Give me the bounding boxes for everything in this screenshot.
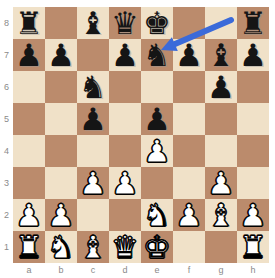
square-d1[interactable]: ♛ <box>109 231 141 263</box>
square-g6[interactable]: ♟ <box>205 71 237 103</box>
white-pawn-b2[interactable]: ♟ <box>47 199 75 231</box>
square-b3[interactable] <box>45 167 77 199</box>
square-b6[interactable] <box>45 71 77 103</box>
rank-label-4: 4 <box>0 135 13 167</box>
square-a7[interactable]: ♟ <box>13 39 45 71</box>
white-queen-d1[interactable]: ♛ <box>111 231 139 263</box>
file-label-d: d <box>109 263 141 277</box>
square-d7[interactable]: ♟ <box>109 39 141 71</box>
white-pawn-a2[interactable]: ♟ <box>15 199 43 231</box>
square-c7[interactable] <box>77 39 109 71</box>
file-label-b: b <box>45 263 77 277</box>
square-f3[interactable] <box>173 167 205 199</box>
chess-board: ♜♝♛♚♜♟♟♟♞♟♝♟♞♟♟♟♟♟♟♟♟♟♞♟♝♟♜♞♝♛♚♜ <box>13 7 269 263</box>
rank-label-2: 2 <box>0 199 13 231</box>
square-f8[interactable] <box>173 7 205 39</box>
black-queen-d8[interactable]: ♛ <box>111 7 139 39</box>
file-label-f: f <box>173 263 205 277</box>
square-c4[interactable] <box>77 135 109 167</box>
square-g4[interactable] <box>205 135 237 167</box>
square-b8[interactable] <box>45 7 77 39</box>
square-e5[interactable]: ♟ <box>141 103 173 135</box>
square-c1[interactable]: ♝ <box>77 231 109 263</box>
square-d6[interactable] <box>109 71 141 103</box>
square-b4[interactable] <box>45 135 77 167</box>
rank-label-6: 6 <box>0 71 13 103</box>
square-e3[interactable] <box>141 167 173 199</box>
white-bishop-g2[interactable]: ♝ <box>207 199 235 231</box>
square-a6[interactable] <box>13 71 45 103</box>
square-h5[interactable] <box>237 103 269 135</box>
black-pawn-b7[interactable]: ♟ <box>47 39 75 71</box>
black-pawn-e5[interactable]: ♟ <box>143 103 171 135</box>
black-king-e8[interactable]: ♚ <box>143 7 171 39</box>
square-h8[interactable]: ♜ <box>237 7 269 39</box>
square-h4[interactable] <box>237 135 269 167</box>
square-a5[interactable] <box>13 103 45 135</box>
black-pawn-h7[interactable]: ♟ <box>239 39 267 71</box>
square-b5[interactable] <box>45 103 77 135</box>
white-rook-a1[interactable]: ♜ <box>15 231 43 263</box>
black-bishop-c8[interactable]: ♝ <box>79 7 107 39</box>
square-f7[interactable]: ♟ <box>173 39 205 71</box>
rank-label-3: 3 <box>0 167 13 199</box>
square-h3[interactable] <box>237 167 269 199</box>
square-g2[interactable]: ♝ <box>205 199 237 231</box>
rank-label-5: 5 <box>0 103 13 135</box>
square-h7[interactable]: ♟ <box>237 39 269 71</box>
square-a2[interactable]: ♟ <box>13 199 45 231</box>
rank-label-8: 8 <box>0 7 13 39</box>
square-d8[interactable]: ♛ <box>109 7 141 39</box>
square-e2[interactable]: ♞ <box>141 199 173 231</box>
square-e6[interactable] <box>141 71 173 103</box>
square-d5[interactable] <box>109 103 141 135</box>
rank-labels: 87654321 <box>0 7 13 263</box>
square-g5[interactable] <box>205 103 237 135</box>
file-label-h: h <box>237 263 269 277</box>
rank-label-7: 7 <box>0 39 13 71</box>
black-bishop-g7[interactable]: ♝ <box>207 39 235 71</box>
rank-label-1: 1 <box>0 231 13 263</box>
square-c3[interactable]: ♟ <box>77 167 109 199</box>
file-label-a: a <box>13 263 45 277</box>
square-c5[interactable]: ♟ <box>77 103 109 135</box>
white-pawn-d3[interactable]: ♟ <box>111 167 139 199</box>
square-a3[interactable] <box>13 167 45 199</box>
black-pawn-f7[interactable]: ♟ <box>175 39 203 71</box>
black-pawn-a7[interactable]: ♟ <box>15 39 43 71</box>
chess-board-screenshot: 87654321 ♜♝♛♚♜♟♟♟♞♟♝♟♞♟♟♟♟♟♟♟♟♟♞♟♝♟♜♞♝♛♚… <box>0 0 275 278</box>
file-label-g: g <box>205 263 237 277</box>
black-pawn-g6[interactable]: ♟ <box>207 71 235 103</box>
square-e8[interactable]: ♚ <box>141 7 173 39</box>
white-rook-h1[interactable]: ♜ <box>239 231 267 263</box>
square-a8[interactable]: ♜ <box>13 7 45 39</box>
file-label-c: c <box>77 263 109 277</box>
square-c6[interactable]: ♞ <box>77 71 109 103</box>
square-a1[interactable]: ♜ <box>13 231 45 263</box>
white-knight-e2[interactable]: ♞ <box>143 199 171 231</box>
file-label-e: e <box>141 263 173 277</box>
square-f5[interactable] <box>173 103 205 135</box>
white-pawn-c3[interactable]: ♟ <box>79 167 107 199</box>
square-e7[interactable]: ♞ <box>141 39 173 71</box>
square-f4[interactable] <box>173 135 205 167</box>
white-king-e1[interactable]: ♚ <box>143 231 171 263</box>
black-pawn-c5[interactable]: ♟ <box>79 103 107 135</box>
black-pawn-d7[interactable]: ♟ <box>111 39 139 71</box>
white-pawn-e4[interactable]: ♟ <box>143 135 171 167</box>
square-d3[interactable]: ♟ <box>109 167 141 199</box>
file-labels: abcdefgh <box>13 263 269 277</box>
square-g1[interactable] <box>205 231 237 263</box>
square-d4[interactable] <box>109 135 141 167</box>
white-pawn-h2[interactable]: ♟ <box>239 199 267 231</box>
white-bishop-c1[interactable]: ♝ <box>79 231 107 263</box>
white-pawn-g3[interactable]: ♟ <box>207 167 235 199</box>
square-c8[interactable]: ♝ <box>77 7 109 39</box>
white-pawn-f2[interactable]: ♟ <box>175 199 203 231</box>
square-g8[interactable] <box>205 7 237 39</box>
square-g7[interactable]: ♝ <box>205 39 237 71</box>
square-f1[interactable] <box>173 231 205 263</box>
square-h2[interactable]: ♟ <box>237 199 269 231</box>
square-g3[interactable]: ♟ <box>205 167 237 199</box>
square-d2[interactable] <box>109 199 141 231</box>
square-c2[interactable] <box>77 199 109 231</box>
square-f2[interactable]: ♟ <box>173 199 205 231</box>
black-knight-c6[interactable]: ♞ <box>79 71 107 103</box>
square-b2[interactable]: ♟ <box>45 199 77 231</box>
black-knight-e7[interactable]: ♞ <box>143 39 171 71</box>
square-e4[interactable]: ♟ <box>141 135 173 167</box>
square-a4[interactable] <box>13 135 45 167</box>
square-b1[interactable]: ♞ <box>45 231 77 263</box>
square-h1[interactable]: ♜ <box>237 231 269 263</box>
black-rook-a8[interactable]: ♜ <box>15 7 43 39</box>
square-e1[interactable]: ♚ <box>141 231 173 263</box>
square-h6[interactable] <box>237 71 269 103</box>
white-knight-b1[interactable]: ♞ <box>47 231 75 263</box>
square-f6[interactable] <box>173 71 205 103</box>
black-rook-h8[interactable]: ♜ <box>239 7 267 39</box>
square-b7[interactable]: ♟ <box>45 39 77 71</box>
